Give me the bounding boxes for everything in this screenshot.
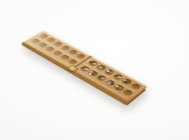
- pebble: [117, 76, 122, 79]
- pebble: [105, 82, 110, 85]
- pebble: [84, 68, 88, 71]
- pebble: [92, 62, 96, 65]
- photo-stage: [0, 0, 189, 140]
- pit-layer: [44, 30, 148, 86]
- mancala-board: [23, 30, 148, 102]
- pebble: [101, 77, 106, 80]
- pebble: [93, 73, 97, 76]
- pebble: [118, 87, 123, 90]
- pebble: [109, 71, 113, 74]
- pebble: [88, 73, 92, 76]
- board-shadow: [0, 0, 189, 140]
- pebble: [110, 82, 115, 85]
